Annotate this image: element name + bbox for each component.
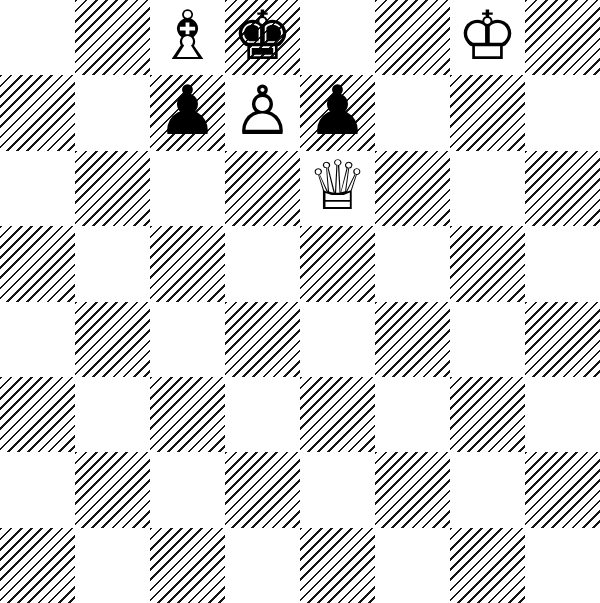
square-e3[interactable] — [300, 377, 375, 452]
square-g4[interactable] — [450, 302, 525, 377]
piece-black-pawn[interactable]: ♟ — [157, 77, 218, 145]
square-e6[interactable]: ♕ — [300, 151, 375, 226]
square-f8[interactable] — [375, 0, 450, 75]
square-b7[interactable] — [75, 75, 150, 150]
square-f4[interactable] — [375, 302, 450, 377]
square-a4[interactable] — [0, 302, 75, 377]
square-d6[interactable] — [225, 151, 300, 226]
square-h8[interactable] — [525, 0, 600, 75]
square-d4[interactable] — [225, 302, 300, 377]
square-c7[interactable]: ♟ — [150, 75, 225, 150]
square-c2[interactable] — [150, 452, 225, 527]
square-g8[interactable]: ♔ — [450, 0, 525, 75]
square-g1[interactable] — [450, 528, 525, 603]
square-d3[interactable] — [225, 377, 300, 452]
square-g2[interactable] — [450, 452, 525, 527]
square-g6[interactable] — [450, 151, 525, 226]
square-h2[interactable] — [525, 452, 600, 527]
square-e4[interactable] — [300, 302, 375, 377]
square-c1[interactable] — [150, 528, 225, 603]
square-c6[interactable] — [150, 151, 225, 226]
piece-white-queen[interactable]: ♕ — [307, 152, 368, 220]
square-h1[interactable] — [525, 528, 600, 603]
square-b2[interactable] — [75, 452, 150, 527]
square-e2[interactable] — [300, 452, 375, 527]
square-c5[interactable] — [150, 226, 225, 301]
square-a1[interactable] — [0, 528, 75, 603]
square-g7[interactable] — [450, 75, 525, 150]
square-c4[interactable] — [150, 302, 225, 377]
square-d1[interactable] — [225, 528, 300, 603]
square-e7[interactable]: ♟ — [300, 75, 375, 150]
square-e8[interactable] — [300, 0, 375, 75]
piece-black-pawn[interactable]: ♟ — [307, 77, 368, 145]
square-h6[interactable] — [525, 151, 600, 226]
square-b6[interactable] — [75, 151, 150, 226]
square-a8[interactable] — [0, 0, 75, 75]
square-c3[interactable] — [150, 377, 225, 452]
square-f7[interactable] — [375, 75, 450, 150]
square-a3[interactable] — [0, 377, 75, 452]
square-d5[interactable] — [225, 226, 300, 301]
square-h4[interactable] — [525, 302, 600, 377]
square-a2[interactable] — [0, 452, 75, 527]
square-b8[interactable] — [75, 0, 150, 75]
square-b3[interactable] — [75, 377, 150, 452]
square-a5[interactable] — [0, 226, 75, 301]
piece-white-pawn[interactable]: ♙ — [232, 77, 293, 145]
square-f3[interactable] — [375, 377, 450, 452]
square-g3[interactable] — [450, 377, 525, 452]
square-b1[interactable] — [75, 528, 150, 603]
square-g5[interactable] — [450, 226, 525, 301]
chess-board: ♗♚♔♟♙♟♕ — [0, 0, 600, 603]
square-h7[interactable] — [525, 75, 600, 150]
square-e1[interactable] — [300, 528, 375, 603]
square-f5[interactable] — [375, 226, 450, 301]
piece-black-king[interactable]: ♚ — [232, 2, 293, 70]
square-e5[interactable] — [300, 226, 375, 301]
square-d7[interactable]: ♙ — [225, 75, 300, 150]
square-f2[interactable] — [375, 452, 450, 527]
square-b4[interactable] — [75, 302, 150, 377]
square-d8[interactable]: ♚ — [225, 0, 300, 75]
square-a6[interactable] — [0, 151, 75, 226]
square-h3[interactable] — [525, 377, 600, 452]
piece-white-bishop[interactable]: ♗ — [157, 2, 218, 70]
square-b5[interactable] — [75, 226, 150, 301]
square-h5[interactable] — [525, 226, 600, 301]
square-a7[interactable] — [0, 75, 75, 150]
square-c8[interactable]: ♗ — [150, 0, 225, 75]
square-f6[interactable] — [375, 151, 450, 226]
square-d2[interactable] — [225, 452, 300, 527]
piece-white-king[interactable]: ♔ — [457, 2, 518, 70]
square-f1[interactable] — [375, 528, 450, 603]
